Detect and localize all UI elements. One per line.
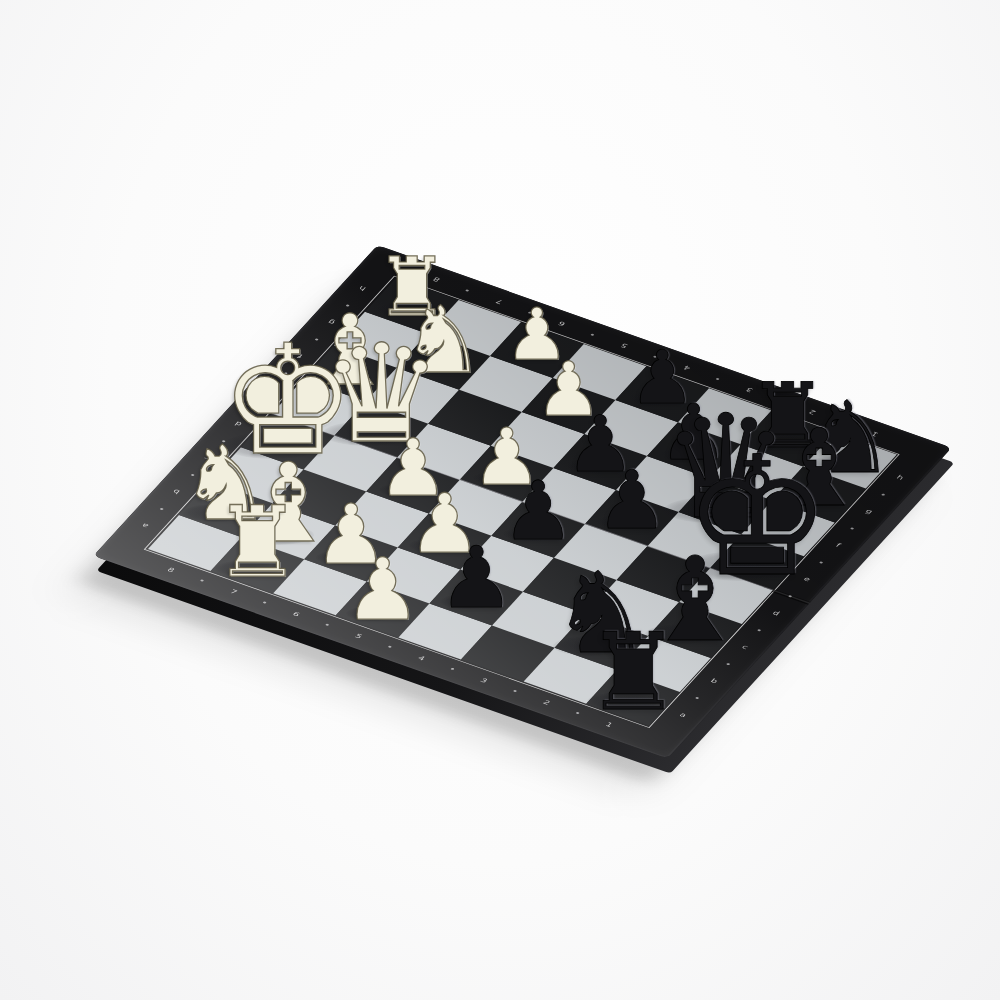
rank-label-3-left: 3 xyxy=(478,677,488,684)
rank-label-7-right: 7 xyxy=(494,298,504,305)
frame-rivet-dot xyxy=(590,333,594,336)
frame-rivet-dot xyxy=(715,378,719,381)
frame-rivet-dot xyxy=(200,579,204,582)
white-rook-a7: ♜ xyxy=(213,493,301,591)
file-label-f-near: f xyxy=(834,543,841,549)
rank-label-4-left: 4 xyxy=(416,655,426,662)
black-pawn-b4: ♟ xyxy=(438,536,514,621)
file-label-a-far: a xyxy=(140,522,150,529)
product-photo-scene: aabbccddeeffgghh1122334455667788 ♜♟♞♝♟♟♛… xyxy=(0,0,1000,1000)
frame-rivet-dot xyxy=(160,508,164,511)
frame-rivet-dot xyxy=(695,697,699,700)
black-pawn-e3: ♟ xyxy=(596,460,668,541)
rank-label-6-left: 6 xyxy=(291,611,301,618)
file-label-h-near: h xyxy=(895,475,905,482)
black-rook-a1: ♜ xyxy=(585,618,681,725)
frame-rivet-dot xyxy=(388,645,392,648)
frame-rivet-dot xyxy=(325,623,329,626)
file-label-h-far: h xyxy=(357,285,367,292)
frame-rivet-dot xyxy=(262,601,266,604)
rank-label-5-right: 5 xyxy=(619,342,629,349)
frame-rivet-dot xyxy=(575,712,579,715)
white-pawn-a5: ♟ xyxy=(344,547,421,633)
frame-rivet-dot xyxy=(757,629,761,632)
rank-label-8-left: 8 xyxy=(165,567,175,574)
frame-rivet-dot xyxy=(450,668,454,671)
file-label-b-near: b xyxy=(709,678,719,685)
rank-label-2-left: 2 xyxy=(541,699,551,706)
frame-rivet-dot xyxy=(513,690,517,693)
